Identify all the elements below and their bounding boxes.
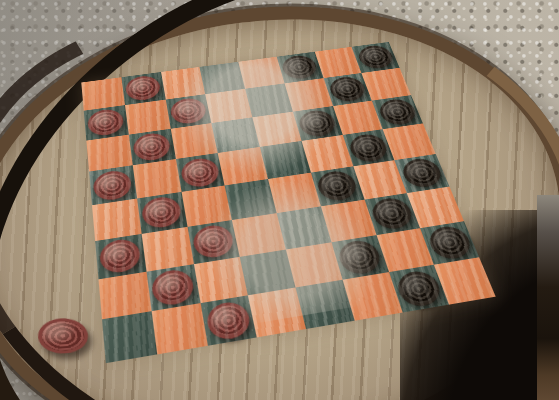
red-checker[interactable] — [87, 108, 125, 138]
red-checker[interactable] — [204, 299, 252, 342]
black-checker[interactable] — [393, 268, 444, 308]
red-checker[interactable] — [132, 131, 172, 162]
red-checker[interactable] — [93, 168, 133, 202]
red-checker[interactable] — [191, 223, 236, 260]
black-checker[interactable] — [376, 97, 419, 126]
square-r8c1[interactable] — [102, 311, 157, 363]
black-checker[interactable] — [280, 54, 319, 81]
black-checker[interactable] — [368, 196, 415, 231]
black-checker[interactable] — [335, 238, 384, 276]
red-checker[interactable] — [169, 97, 208, 126]
square-r8c2[interactable] — [151, 303, 207, 354]
red-checker[interactable] — [179, 156, 221, 189]
black-checker[interactable] — [425, 224, 475, 261]
red-checker[interactable] — [99, 237, 142, 275]
black-checker[interactable] — [296, 108, 338, 138]
square-r8c3[interactable] — [200, 296, 257, 346]
red-checker[interactable] — [124, 75, 161, 103]
black-checker[interactable] — [399, 157, 445, 190]
scene — [0, 0, 559, 400]
black-checker[interactable] — [327, 75, 368, 103]
red-checker[interactable] — [150, 267, 196, 307]
black-checker[interactable] — [315, 169, 360, 203]
black-checker[interactable] — [346, 132, 390, 163]
background-object — [537, 195, 559, 400]
red-checker[interactable] — [141, 195, 183, 230]
black-checker[interactable] — [355, 44, 395, 70]
